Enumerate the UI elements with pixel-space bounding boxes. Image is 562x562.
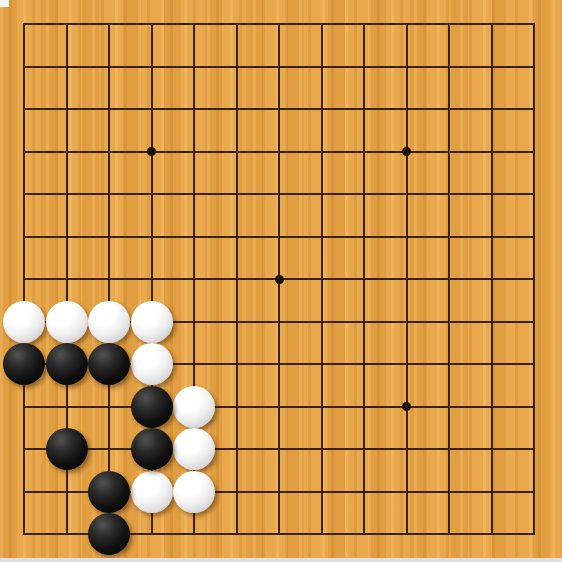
black-stone[interactable] bbox=[131, 428, 173, 470]
go-board[interactable] bbox=[0, 0, 562, 562]
black-stone[interactable] bbox=[88, 513, 130, 555]
black-stone[interactable] bbox=[131, 386, 173, 428]
bottom-edge-strip bbox=[0, 558, 562, 562]
top-left-page-artifact bbox=[0, 0, 9, 7]
stones-grid[interactable] bbox=[3, 3, 556, 556]
white-stone[interactable] bbox=[131, 343, 173, 385]
black-stone[interactable] bbox=[46, 428, 88, 470]
white-stone[interactable] bbox=[46, 301, 88, 343]
white-stone[interactable] bbox=[173, 471, 215, 513]
white-stone[interactable] bbox=[88, 301, 130, 343]
black-stone[interactable] bbox=[3, 343, 45, 385]
black-stone[interactable] bbox=[46, 343, 88, 385]
black-stone[interactable] bbox=[88, 343, 130, 385]
white-stone[interactable] bbox=[173, 428, 215, 470]
white-stone[interactable] bbox=[131, 471, 173, 513]
white-stone[interactable] bbox=[173, 386, 215, 428]
white-stone[interactable] bbox=[131, 301, 173, 343]
black-stone[interactable] bbox=[88, 471, 130, 513]
white-stone[interactable] bbox=[3, 301, 45, 343]
